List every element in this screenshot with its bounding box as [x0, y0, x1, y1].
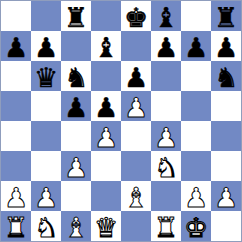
- square-g7[interactable]: ♟: [181, 31, 211, 61]
- square-b7[interactable]: ♟: [31, 31, 61, 61]
- square-c5[interactable]: ♟: [61, 91, 91, 121]
- square-h2[interactable]: ♟: [211, 181, 241, 211]
- square-f2[interactable]: [151, 181, 181, 211]
- piece-black-queen: ♛: [34, 64, 58, 91]
- piece-white-queen: ♛: [94, 214, 118, 241]
- square-f6[interactable]: [151, 61, 181, 91]
- piece-black-pawn: ♟: [64, 94, 88, 121]
- square-c3[interactable]: ♟: [61, 151, 91, 181]
- square-g1[interactable]: ♚: [181, 211, 211, 241]
- square-h6[interactable]: ♞: [211, 61, 241, 91]
- square-d8[interactable]: [91, 1, 121, 31]
- piece-black-king: ♚: [124, 4, 148, 31]
- piece-white-pawn: ♟: [214, 184, 238, 211]
- square-e3[interactable]: [121, 151, 151, 181]
- square-b4[interactable]: [31, 121, 61, 151]
- piece-white-pawn: ♟: [4, 184, 28, 211]
- square-f7[interactable]: ♟: [151, 31, 181, 61]
- piece-white-pawn: ♟: [64, 154, 88, 181]
- square-d7[interactable]: ♝: [91, 31, 121, 61]
- square-d3[interactable]: [91, 151, 121, 181]
- piece-black-pawn: ♟: [124, 64, 148, 91]
- square-h3[interactable]: [211, 151, 241, 181]
- square-a6[interactable]: [1, 61, 31, 91]
- square-f8[interactable]: ♝: [151, 1, 181, 31]
- chess-board: ♜♚♝♜♟♟♝♟♟♟♛♞♟♞♟♟♟♟♟♟♞♟♟♝♟♟♜♞♝♛♜♚: [0, 0, 242, 242]
- square-c1[interactable]: ♝: [61, 211, 91, 241]
- piece-white-knight: ♞: [154, 154, 178, 181]
- piece-white-king: ♚: [184, 214, 208, 241]
- piece-black-rook: ♜: [214, 4, 238, 31]
- square-b5[interactable]: [31, 91, 61, 121]
- piece-white-pawn: ♟: [94, 124, 118, 151]
- square-e4[interactable]: [121, 121, 151, 151]
- square-b1[interactable]: ♞: [31, 211, 61, 241]
- square-a4[interactable]: [1, 121, 31, 151]
- board-grid: ♜♚♝♜♟♟♝♟♟♟♛♞♟♞♟♟♟♟♟♟♞♟♟♝♟♟♜♞♝♛♜♚: [1, 1, 241, 241]
- square-f3[interactable]: ♞: [151, 151, 181, 181]
- square-h5[interactable]: [211, 91, 241, 121]
- square-e2[interactable]: ♝: [121, 181, 151, 211]
- square-a8[interactable]: [1, 1, 31, 31]
- square-h8[interactable]: ♜: [211, 1, 241, 31]
- piece-black-pawn: ♟: [214, 34, 238, 61]
- square-c4[interactable]: [61, 121, 91, 151]
- square-c6[interactable]: ♞: [61, 61, 91, 91]
- square-e1[interactable]: [121, 211, 151, 241]
- piece-white-pawn: ♟: [154, 124, 178, 151]
- piece-black-bishop: ♝: [154, 4, 178, 31]
- square-f4[interactable]: ♟: [151, 121, 181, 151]
- square-d5[interactable]: ♟: [91, 91, 121, 121]
- square-c7[interactable]: [61, 31, 91, 61]
- piece-white-pawn: ♟: [34, 184, 58, 211]
- piece-black-pawn: ♟: [94, 94, 118, 121]
- square-b8[interactable]: [31, 1, 61, 31]
- square-h4[interactable]: [211, 121, 241, 151]
- piece-black-pawn: ♟: [154, 34, 178, 61]
- square-b3[interactable]: [31, 151, 61, 181]
- square-a3[interactable]: [1, 151, 31, 181]
- piece-black-rook: ♜: [64, 4, 88, 31]
- piece-black-knight: ♞: [214, 64, 238, 91]
- piece-white-rook: ♜: [4, 214, 28, 241]
- square-f1[interactable]: ♜: [151, 211, 181, 241]
- square-c8[interactable]: ♜: [61, 1, 91, 31]
- square-e7[interactable]: [121, 31, 151, 61]
- square-g5[interactable]: [181, 91, 211, 121]
- piece-black-pawn: ♟: [34, 34, 58, 61]
- square-e8[interactable]: ♚: [121, 1, 151, 31]
- square-g4[interactable]: [181, 121, 211, 151]
- square-a1[interactable]: ♜: [1, 211, 31, 241]
- square-a2[interactable]: ♟: [1, 181, 31, 211]
- piece-black-bishop: ♝: [94, 34, 118, 61]
- piece-white-pawn: ♟: [184, 184, 208, 211]
- piece-white-knight: ♞: [34, 214, 58, 241]
- square-b2[interactable]: ♟: [31, 181, 61, 211]
- square-b6[interactable]: ♛: [31, 61, 61, 91]
- square-d2[interactable]: [91, 181, 121, 211]
- square-d4[interactable]: ♟: [91, 121, 121, 151]
- square-f5[interactable]: [151, 91, 181, 121]
- square-a5[interactable]: [1, 91, 31, 121]
- piece-white-rook: ♜: [154, 214, 178, 241]
- piece-white-pawn: ♟: [124, 94, 148, 121]
- piece-black-knight: ♞: [64, 64, 88, 91]
- square-h7[interactable]: ♟: [211, 31, 241, 61]
- square-h1[interactable]: [211, 211, 241, 241]
- square-g8[interactable]: [181, 1, 211, 31]
- piece-white-bishop: ♝: [64, 214, 88, 241]
- square-a7[interactable]: ♟: [1, 31, 31, 61]
- square-g2[interactable]: ♟: [181, 181, 211, 211]
- square-c2[interactable]: [61, 181, 91, 211]
- square-e5[interactable]: ♟: [121, 91, 151, 121]
- square-d6[interactable]: [91, 61, 121, 91]
- square-e6[interactable]: ♟: [121, 61, 151, 91]
- square-g6[interactable]: [181, 61, 211, 91]
- square-g3[interactable]: [181, 151, 211, 181]
- piece-black-pawn: ♟: [4, 34, 28, 61]
- piece-white-bishop: ♝: [124, 184, 148, 211]
- piece-black-pawn: ♟: [184, 34, 208, 61]
- square-d1[interactable]: ♛: [91, 211, 121, 241]
